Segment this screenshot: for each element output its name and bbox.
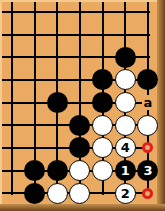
board-point bbox=[23, 69, 46, 92]
white-stone bbox=[92, 160, 113, 181]
point-label-a: a bbox=[142, 95, 155, 110]
board-point bbox=[46, 114, 69, 137]
black-stone bbox=[47, 160, 68, 181]
board-point bbox=[1, 182, 24, 205]
board-point bbox=[1, 91, 24, 114]
board-point bbox=[137, 69, 160, 92]
white-stone bbox=[69, 183, 90, 204]
white-stone: 4 bbox=[115, 137, 136, 158]
board-point bbox=[46, 182, 69, 205]
red-circle-marker-icon bbox=[142, 142, 153, 153]
board-point bbox=[46, 137, 69, 160]
white-stone bbox=[47, 183, 68, 204]
board-point bbox=[91, 1, 114, 24]
board-point bbox=[91, 137, 114, 160]
board-point bbox=[23, 137, 46, 160]
white-stone bbox=[115, 92, 136, 113]
board-point bbox=[23, 46, 46, 69]
white-stone bbox=[92, 137, 113, 158]
black-stone bbox=[137, 69, 158, 90]
board-point bbox=[91, 46, 114, 69]
black-stone bbox=[47, 92, 68, 113]
black-stone: 1 bbox=[115, 160, 136, 181]
move-number-label: 3 bbox=[143, 164, 152, 177]
board-point bbox=[69, 46, 92, 69]
move-number-label: 4 bbox=[121, 141, 130, 154]
board-point bbox=[23, 1, 46, 24]
board-point bbox=[91, 182, 114, 205]
board-point bbox=[1, 1, 24, 24]
board-point bbox=[91, 69, 114, 92]
board-point bbox=[46, 46, 69, 69]
board-point: 1 bbox=[114, 159, 137, 182]
board-point bbox=[1, 23, 24, 46]
board-point bbox=[46, 69, 69, 92]
board-point bbox=[1, 46, 24, 69]
board-point: 4 bbox=[114, 137, 137, 160]
board-point bbox=[69, 137, 92, 160]
board-point bbox=[137, 1, 160, 24]
board-point bbox=[69, 69, 92, 92]
board-point bbox=[114, 46, 137, 69]
go-board: a4132 bbox=[0, 0, 165, 211]
black-stone bbox=[24, 160, 45, 181]
white-stone bbox=[69, 160, 90, 181]
board-point bbox=[23, 159, 46, 182]
board-point bbox=[114, 69, 137, 92]
board-point bbox=[1, 137, 24, 160]
board-edge-bottom bbox=[0, 204, 165, 211]
black-stone bbox=[24, 183, 45, 204]
board-point bbox=[114, 1, 137, 24]
board-point bbox=[46, 23, 69, 46]
black-stone bbox=[69, 115, 90, 136]
board-point bbox=[91, 114, 114, 137]
board-point bbox=[69, 159, 92, 182]
board-point bbox=[137, 182, 160, 205]
white-stone: 2 bbox=[115, 183, 136, 204]
board-point bbox=[69, 91, 92, 114]
black-stone bbox=[69, 137, 90, 158]
board-grid: a4132 bbox=[1, 1, 160, 205]
board-point bbox=[69, 1, 92, 24]
board-point: 2 bbox=[114, 182, 137, 205]
board-point bbox=[91, 159, 114, 182]
black-stone bbox=[115, 47, 136, 68]
board-point bbox=[69, 114, 92, 137]
board-point bbox=[1, 69, 24, 92]
board-point bbox=[137, 46, 160, 69]
board-point bbox=[114, 114, 137, 137]
board-point: a bbox=[137, 91, 160, 114]
red-circle-marker-icon bbox=[142, 188, 153, 199]
board-point bbox=[46, 91, 69, 114]
move-number-label: 2 bbox=[121, 187, 130, 200]
board-point bbox=[23, 182, 46, 205]
board-point bbox=[69, 182, 92, 205]
board-point bbox=[91, 23, 114, 46]
board-point bbox=[1, 114, 24, 137]
board-point bbox=[114, 91, 137, 114]
black-stone bbox=[92, 92, 113, 113]
board-point bbox=[69, 23, 92, 46]
board-point bbox=[91, 91, 114, 114]
white-stone bbox=[92, 115, 113, 136]
board-point bbox=[114, 23, 137, 46]
move-number-label: 1 bbox=[121, 164, 130, 177]
board-point: 3 bbox=[137, 159, 160, 182]
board-point bbox=[46, 1, 69, 24]
go-diagram: a4132 bbox=[0, 0, 165, 211]
board-point bbox=[23, 23, 46, 46]
black-stone bbox=[92, 69, 113, 90]
white-stone bbox=[115, 69, 136, 90]
board-point bbox=[23, 114, 46, 137]
board-point bbox=[137, 137, 160, 160]
white-stone bbox=[115, 115, 136, 136]
board-point bbox=[23, 91, 46, 114]
board-point bbox=[46, 159, 69, 182]
board-point bbox=[137, 114, 160, 137]
board-point bbox=[137, 23, 160, 46]
black-stone: 3 bbox=[137, 160, 158, 181]
white-stone bbox=[137, 115, 158, 136]
board-point bbox=[1, 159, 24, 182]
